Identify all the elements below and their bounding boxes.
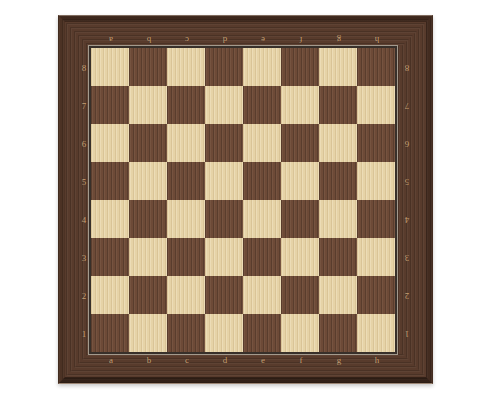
square-d1[interactable] <box>205 314 243 352</box>
square-h6[interactable] <box>357 124 395 162</box>
square-c1[interactable] <box>167 314 205 352</box>
file-label-h: h <box>358 353 396 367</box>
square-g1[interactable] <box>319 314 357 352</box>
square-g6[interactable] <box>319 124 357 162</box>
rank-label-6: 6 <box>77 125 91 163</box>
square-d2[interactable] <box>205 276 243 314</box>
square-g7[interactable] <box>319 86 357 124</box>
file-label-g: g <box>320 353 358 367</box>
rank-label-1: 1 <box>77 315 91 353</box>
rank-label-8: 8 <box>77 49 91 87</box>
square-a6[interactable] <box>91 124 129 162</box>
file-label-h: h <box>358 33 396 47</box>
square-e3[interactable] <box>243 238 281 276</box>
square-h4[interactable] <box>357 200 395 238</box>
rank-label-5: 5 <box>400 163 414 201</box>
square-d4[interactable] <box>205 200 243 238</box>
square-f7[interactable] <box>281 86 319 124</box>
square-a3[interactable] <box>91 238 129 276</box>
chess-board: abcdefgh abcdefgh 87654321 87654321 <box>58 15 433 384</box>
square-h5[interactable] <box>357 162 395 200</box>
file-label-b: b <box>130 33 168 47</box>
square-d3[interactable] <box>205 238 243 276</box>
file-labels-bottom: abcdefgh <box>92 353 396 367</box>
square-h1[interactable] <box>357 314 395 352</box>
rank-label-1: 1 <box>400 315 414 353</box>
rank-label-7: 7 <box>400 87 414 125</box>
rank-label-3: 3 <box>400 239 414 277</box>
square-e2[interactable] <box>243 276 281 314</box>
square-c5[interactable] <box>167 162 205 200</box>
rank-label-2: 2 <box>77 277 91 315</box>
file-label-e: e <box>244 353 282 367</box>
file-label-d: d <box>206 353 244 367</box>
square-c8[interactable] <box>167 48 205 86</box>
square-a7[interactable] <box>91 86 129 124</box>
square-f5[interactable] <box>281 162 319 200</box>
square-c6[interactable] <box>167 124 205 162</box>
rank-label-8: 8 <box>400 49 414 87</box>
square-g4[interactable] <box>319 200 357 238</box>
product-photo: abcdefgh abcdefgh 87654321 87654321 <box>0 0 480 406</box>
square-b6[interactable] <box>129 124 167 162</box>
square-b5[interactable] <box>129 162 167 200</box>
square-b1[interactable] <box>129 314 167 352</box>
square-e7[interactable] <box>243 86 281 124</box>
file-label-f: f <box>282 353 320 367</box>
rank-label-4: 4 <box>400 201 414 239</box>
square-f6[interactable] <box>281 124 319 162</box>
file-label-c: c <box>168 353 206 367</box>
square-e8[interactable] <box>243 48 281 86</box>
square-c4[interactable] <box>167 200 205 238</box>
square-b4[interactable] <box>129 200 167 238</box>
square-g2[interactable] <box>319 276 357 314</box>
square-d5[interactable] <box>205 162 243 200</box>
rank-label-3: 3 <box>77 239 91 277</box>
square-b3[interactable] <box>129 238 167 276</box>
file-label-d: d <box>206 33 244 47</box>
square-c7[interactable] <box>167 86 205 124</box>
square-e1[interactable] <box>243 314 281 352</box>
rank-labels-left: 87654321 <box>77 49 91 353</box>
file-label-a: a <box>92 353 130 367</box>
square-f8[interactable] <box>281 48 319 86</box>
square-a2[interactable] <box>91 276 129 314</box>
square-e6[interactable] <box>243 124 281 162</box>
file-label-b: b <box>130 353 168 367</box>
square-d8[interactable] <box>205 48 243 86</box>
rank-label-4: 4 <box>77 201 91 239</box>
square-g3[interactable] <box>319 238 357 276</box>
square-a1[interactable] <box>91 314 129 352</box>
rank-label-7: 7 <box>77 87 91 125</box>
square-b8[interactable] <box>129 48 167 86</box>
file-label-e: e <box>244 33 282 47</box>
square-b2[interactable] <box>129 276 167 314</box>
square-c3[interactable] <box>167 238 205 276</box>
square-e5[interactable] <box>243 162 281 200</box>
square-a8[interactable] <box>91 48 129 86</box>
file-labels-top: abcdefgh <box>92 33 396 47</box>
file-label-c: c <box>168 33 206 47</box>
square-f4[interactable] <box>281 200 319 238</box>
rank-labels-right: 87654321 <box>400 49 414 353</box>
frame-bevel-right <box>426 15 433 384</box>
square-h7[interactable] <box>357 86 395 124</box>
board-inner-border <box>89 46 397 354</box>
square-h2[interactable] <box>357 276 395 314</box>
square-a4[interactable] <box>91 200 129 238</box>
file-label-g: g <box>320 33 358 47</box>
playing-field <box>91 48 395 352</box>
square-e4[interactable] <box>243 200 281 238</box>
square-b7[interactable] <box>129 86 167 124</box>
square-f3[interactable] <box>281 238 319 276</box>
square-f1[interactable] <box>281 314 319 352</box>
file-label-a: a <box>92 33 130 47</box>
square-g5[interactable] <box>319 162 357 200</box>
square-f2[interactable] <box>281 276 319 314</box>
frame-bevel-left <box>58 15 65 384</box>
square-d6[interactable] <box>205 124 243 162</box>
rank-label-6: 6 <box>400 125 414 163</box>
rank-label-2: 2 <box>400 277 414 315</box>
square-d7[interactable] <box>205 86 243 124</box>
rank-label-5: 5 <box>77 163 91 201</box>
square-h8[interactable] <box>357 48 395 86</box>
square-a5[interactable] <box>91 162 129 200</box>
square-h3[interactable] <box>357 238 395 276</box>
square-g8[interactable] <box>319 48 357 86</box>
square-c2[interactable] <box>167 276 205 314</box>
file-label-f: f <box>282 33 320 47</box>
